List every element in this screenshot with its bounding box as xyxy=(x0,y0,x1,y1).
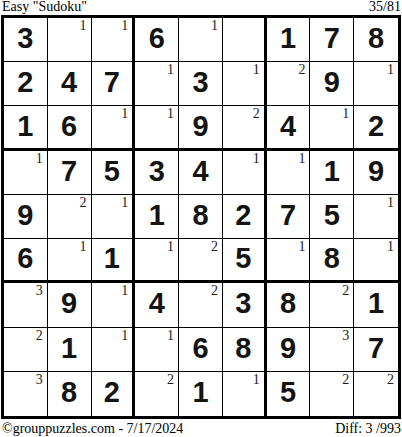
cell-value: 2 xyxy=(17,68,33,97)
cell-value: 2 xyxy=(104,378,120,407)
cell-r2c8[interactable]: 9 xyxy=(310,62,354,106)
cell-r1c6[interactable] xyxy=(223,18,267,62)
cell-r1c7[interactable]: 1 xyxy=(267,18,311,62)
cell-value: 9 xyxy=(61,289,77,318)
cell-r1c2[interactable]: 1 xyxy=(48,18,92,62)
cell-value: 3 xyxy=(17,24,33,53)
cell-r8c4[interactable]: 1 xyxy=(135,328,179,372)
cell-r3c8[interactable]: 1 xyxy=(310,106,354,150)
cell-r9c6[interactable]: 1 xyxy=(223,372,267,416)
pencil-mark: 1 xyxy=(253,151,260,167)
cell-r2c7[interactable]: 2 xyxy=(267,62,311,106)
pencil-mark: 2 xyxy=(211,283,218,299)
pencil-mark: 2 xyxy=(342,283,349,299)
cell-value: 9 xyxy=(324,68,340,97)
cell-r8c6[interactable]: 8 xyxy=(223,328,267,372)
cell-r4c4[interactable]: 3 xyxy=(135,151,179,195)
cell-value: 7 xyxy=(104,68,120,97)
pencil-mark: 1 xyxy=(121,283,128,299)
pencil-mark: 2 xyxy=(253,106,260,122)
cell-value: 1 xyxy=(17,112,33,141)
cell-value: 8 xyxy=(280,289,296,318)
cell-value: 4 xyxy=(149,289,165,318)
cell-value: 8 xyxy=(61,378,77,407)
cell-r9c9[interactable]: 2 xyxy=(354,372,398,416)
difficulty-label: Diff: 3 /993 xyxy=(335,421,401,436)
cell-r5c2[interactable]: 2 xyxy=(48,195,92,239)
cell-value: 6 xyxy=(149,24,165,53)
pencil-mark: 1 xyxy=(121,328,128,344)
cell-value: 9 xyxy=(280,334,296,363)
cell-r2c9[interactable]: 1 xyxy=(354,62,398,106)
cell-value: 1 xyxy=(192,378,208,407)
cell-value: 8 xyxy=(368,24,384,53)
cell-r5c1[interactable]: 9 xyxy=(4,195,48,239)
cell-r6c3[interactable]: 1 xyxy=(92,239,136,283)
pencil-mark: 1 xyxy=(121,106,128,122)
pencil-mark: 3 xyxy=(342,328,349,344)
cell-value: 3 xyxy=(192,68,208,97)
pencil-mark: 3 xyxy=(36,283,43,299)
cell-r5c5[interactable]: 8 xyxy=(179,195,223,239)
pencil-mark: 1 xyxy=(211,18,218,34)
cell-r7c8[interactable]: 2 xyxy=(310,283,354,327)
cell-r2c6[interactable]: 1 xyxy=(223,62,267,106)
cell-r7c1[interactable]: 3 xyxy=(4,283,48,327)
cell-value: 4 xyxy=(61,68,77,97)
cell-r1c1[interactable]: 3 xyxy=(4,18,48,62)
cell-value: 9 xyxy=(17,201,33,230)
cell-value: 1 xyxy=(61,334,77,363)
cell-r3c5[interactable]: 9 xyxy=(179,106,223,150)
cell-r8c5[interactable]: 6 xyxy=(179,328,223,372)
pencil-mark: 3 xyxy=(36,372,43,388)
pencil-mark: 1 xyxy=(36,151,43,167)
cell-value: 5 xyxy=(104,157,120,186)
cell-r7c3[interactable]: 1 xyxy=(92,283,136,327)
cell-r5c9[interactable]: 1 xyxy=(354,195,398,239)
cell-r9c7[interactable]: 5 xyxy=(267,372,311,416)
cell-r1c3[interactable]: 1 xyxy=(92,18,136,62)
cell-r7c2[interactable]: 9 xyxy=(48,283,92,327)
cell-r1c4[interactable]: 6 xyxy=(135,18,179,62)
cell-r5c3[interactable]: 1 xyxy=(92,195,136,239)
cell-r8c9[interactable]: 7 xyxy=(354,328,398,372)
cell-r7c9[interactable]: 1 xyxy=(354,283,398,327)
cell-r3c2[interactable]: 6 xyxy=(48,106,92,150)
cell-r2c2[interactable]: 4 xyxy=(48,62,92,106)
cell-r4c2[interactable]: 7 xyxy=(48,151,92,195)
cell-value: 5 xyxy=(235,244,251,273)
cell-r6c5[interactable]: 2 xyxy=(179,239,223,283)
footer: ©grouppuzzles.com - 7/17/2024 Diff: 3 /9… xyxy=(2,419,401,436)
cell-r9c2[interactable]: 8 xyxy=(48,372,92,416)
pencil-mark: 2 xyxy=(80,195,87,211)
pencil-mark: 1 xyxy=(387,62,394,78)
cell-r4c9[interactable]: 9 xyxy=(354,151,398,195)
copyright-date: ©grouppuzzles.com - 7/17/2024 xyxy=(2,421,183,436)
cell-counter: 35/81 xyxy=(369,0,401,14)
cell-value: 8 xyxy=(324,244,340,273)
cell-r3c9[interactable]: 2 xyxy=(354,106,398,150)
cell-r8c2[interactable]: 1 xyxy=(48,328,92,372)
pencil-mark: 2 xyxy=(387,372,394,388)
cell-r3c1[interactable]: 1 xyxy=(4,106,48,150)
cell-r8c1[interactable]: 2 xyxy=(4,328,48,372)
cell-value: 3 xyxy=(235,289,251,318)
cell-r9c8[interactable]: 2 xyxy=(310,372,354,416)
cell-r4c1[interactable]: 1 xyxy=(4,151,48,195)
cell-value: 3 xyxy=(149,157,165,186)
cell-r6c6[interactable]: 5 xyxy=(223,239,267,283)
cell-value: 1 xyxy=(368,289,384,318)
cell-value: 9 xyxy=(368,157,384,186)
cell-r4c6[interactable]: 1 xyxy=(223,151,267,195)
cell-r5c4[interactable]: 1 xyxy=(135,195,179,239)
cell-r8c3[interactable]: 1 xyxy=(92,328,136,372)
cell-value: 5 xyxy=(324,201,340,230)
cell-value: 1 xyxy=(280,24,296,53)
cell-r3c7[interactable]: 4 xyxy=(267,106,311,150)
cell-r7c5[interactable]: 2 xyxy=(179,283,223,327)
cell-r3c6[interactable]: 2 xyxy=(223,106,267,150)
cell-value: 6 xyxy=(17,244,33,273)
page-title: Easy "Sudoku" xyxy=(2,0,87,14)
cell-r7c6[interactable]: 3 xyxy=(223,283,267,327)
cell-r5c8[interactable]: 5 xyxy=(310,195,354,239)
cell-value: 6 xyxy=(61,112,77,141)
cell-r1c8[interactable]: 7 xyxy=(310,18,354,62)
cell-r2c5[interactable]: 3 xyxy=(179,62,223,106)
cell-value: 2 xyxy=(368,112,384,141)
pencil-mark: 1 xyxy=(167,62,174,78)
cell-r9c5[interactable]: 1 xyxy=(179,372,223,416)
cell-value: 4 xyxy=(192,157,208,186)
cell-r6c2[interactable]: 1 xyxy=(48,239,92,283)
pencil-mark: 1 xyxy=(298,239,305,255)
cell-r4c8[interactable]: 1 xyxy=(310,151,354,195)
cell-value: 7 xyxy=(324,24,340,53)
pencil-mark: 1 xyxy=(387,239,394,255)
cell-r5c6[interactable]: 2 xyxy=(223,195,267,239)
cell-r2c1[interactable]: 2 xyxy=(4,62,48,106)
sudoku-board: 3116117824713129116119241217534111992118… xyxy=(1,15,401,419)
cell-value: 8 xyxy=(235,334,251,363)
cell-r6c9[interactable]: 1 xyxy=(354,239,398,283)
cell-r3c4[interactable]: 1 xyxy=(135,106,179,150)
pencil-mark: 1 xyxy=(80,18,87,34)
pencil-mark: 1 xyxy=(167,239,174,255)
cell-r4c3[interactable]: 5 xyxy=(92,151,136,195)
cell-value: 7 xyxy=(280,201,296,230)
cell-value: 5 xyxy=(280,378,296,407)
pencil-mark: 1 xyxy=(167,328,174,344)
pencil-mark: 2 xyxy=(342,372,349,388)
cell-r8c7[interactable]: 9 xyxy=(267,328,311,372)
pencil-mark: 2 xyxy=(167,372,174,388)
cell-r1c5[interactable]: 1 xyxy=(179,18,223,62)
cell-value: 2 xyxy=(235,201,251,230)
pencil-mark: 1 xyxy=(387,195,394,211)
cell-r6c1[interactable]: 6 xyxy=(4,239,48,283)
cell-r9c3[interactable]: 2 xyxy=(92,372,136,416)
pencil-mark: 1 xyxy=(342,106,349,122)
pencil-mark: 1 xyxy=(121,195,128,211)
header: Easy "Sudoku" 35/81 xyxy=(2,0,401,15)
cell-r7c4[interactable]: 4 xyxy=(135,283,179,327)
cell-r6c8[interactable]: 8 xyxy=(310,239,354,283)
cell-r3c3[interactable]: 1 xyxy=(92,106,136,150)
cell-r1c9[interactable]: 8 xyxy=(354,18,398,62)
cell-r6c7[interactable]: 1 xyxy=(267,239,311,283)
cell-r7c7[interactable]: 8 xyxy=(267,283,311,327)
cell-r6c4[interactable]: 1 xyxy=(135,239,179,283)
cell-r9c1[interactable]: 3 xyxy=(4,372,48,416)
cell-value: 7 xyxy=(61,157,77,186)
cell-value: 1 xyxy=(149,201,165,230)
cell-r8c8[interactable]: 3 xyxy=(310,328,354,372)
cell-value: 1 xyxy=(324,157,340,186)
pencil-mark: 1 xyxy=(253,372,260,388)
cell-r2c4[interactable]: 1 xyxy=(135,62,179,106)
cell-r9c4[interactable]: 2 xyxy=(135,372,179,416)
cell-value: 7 xyxy=(368,334,384,363)
pencil-mark: 1 xyxy=(121,18,128,34)
pencil-mark: 2 xyxy=(211,239,218,255)
cell-r4c5[interactable]: 4 xyxy=(179,151,223,195)
cell-value: 4 xyxy=(280,112,296,141)
cell-value: 6 xyxy=(192,334,208,363)
pencil-mark: 1 xyxy=(253,62,260,78)
cell-value: 8 xyxy=(192,201,208,230)
cell-value: 1 xyxy=(104,244,120,273)
cell-r2c3[interactable]: 7 xyxy=(92,62,136,106)
cell-r5c7[interactable]: 7 xyxy=(267,195,311,239)
cell-value: 9 xyxy=(192,112,208,141)
pencil-mark: 2 xyxy=(298,62,305,78)
pencil-mark: 2 xyxy=(36,328,43,344)
pencil-mark: 1 xyxy=(80,239,87,255)
pencil-mark: 1 xyxy=(298,151,305,167)
pencil-mark: 1 xyxy=(167,106,174,122)
cell-r4c7[interactable]: 1 xyxy=(267,151,311,195)
